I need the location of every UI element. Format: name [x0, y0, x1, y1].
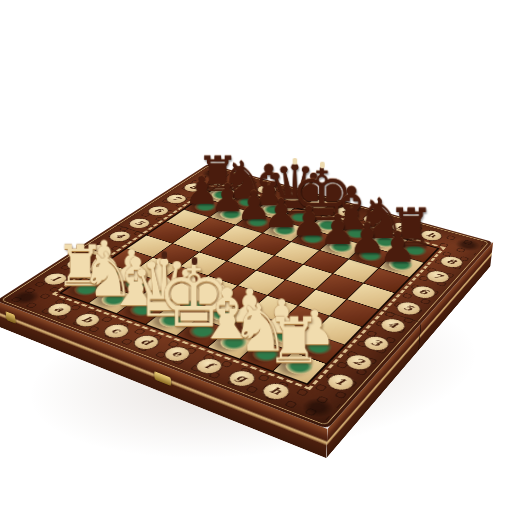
- rank-label-6: 6: [407, 283, 439, 300]
- rank-label-7: 7: [422, 268, 453, 285]
- scene: abcdefgh abcdefgh 87654321 87654321 ♜♞♝♛…: [0, 0, 512, 512]
- piece-white-rook[interactable]: ♜: [266, 310, 322, 373]
- file-label-b: b: [70, 310, 105, 329]
- square-h6[interactable]: [364, 268, 409, 292]
- brass-latch: [154, 371, 171, 386]
- square-f6[interactable]: [303, 251, 347, 274]
- file-label-e: e: [159, 343, 195, 364]
- brass-hinge: [5, 312, 15, 324]
- chess-board-case: abcdefgh abcdefgh 87654321 87654321 ♜♞♝♛…: [0, 164, 493, 429]
- square-h7[interactable]: ♟: [379, 254, 423, 277]
- rank-label-8: 8: [436, 254, 466, 270]
- chess-set-photo: abcdefgh abcdefgh 87654321 87654321 ♜♞♝♛…: [0, 0, 512, 512]
- rank-label-3: 3: [359, 333, 394, 353]
- piece-black-pawn[interactable]: ♟: [379, 227, 417, 269]
